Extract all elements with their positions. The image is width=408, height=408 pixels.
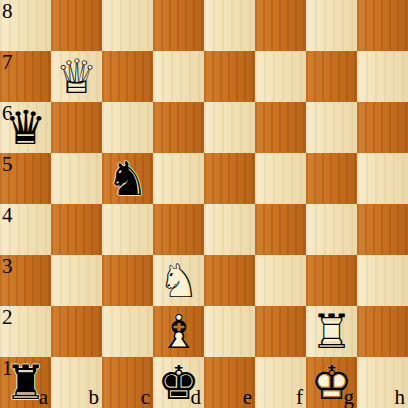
square-c1[interactable]: c xyxy=(102,357,153,408)
piece-glyph-outline: ♗ xyxy=(153,306,204,357)
square-f1[interactable]: f xyxy=(255,357,306,408)
black-rook-icon[interactable]: ♜ xyxy=(0,357,51,408)
rank-label-4: 4 xyxy=(2,205,13,226)
file-label-e: e xyxy=(243,387,252,408)
square-b3[interactable] xyxy=(51,255,102,306)
square-h2[interactable] xyxy=(357,306,408,357)
square-f8[interactable] xyxy=(255,0,306,51)
square-d6[interactable] xyxy=(153,102,204,153)
square-e8[interactable] xyxy=(204,0,255,51)
square-b7[interactable]: ♛♕ xyxy=(51,51,102,102)
file-label-b: b xyxy=(89,387,100,408)
square-g2[interactable]: ♜♖ xyxy=(306,306,357,357)
square-a2[interactable]: 2 xyxy=(0,306,51,357)
square-d3[interactable]: ♞♘ xyxy=(153,255,204,306)
square-a6[interactable]: 6♛ xyxy=(0,102,51,153)
black-king-icon[interactable]: ♚ xyxy=(153,357,204,408)
square-d2[interactable]: ♝♗ xyxy=(153,306,204,357)
square-g8[interactable] xyxy=(306,0,357,51)
square-h1[interactable]: h xyxy=(357,357,408,408)
square-b2[interactable] xyxy=(51,306,102,357)
square-f3[interactable] xyxy=(255,255,306,306)
rank-label-3: 3 xyxy=(2,256,13,277)
square-f7[interactable] xyxy=(255,51,306,102)
white-rook-icon[interactable]: ♜♖ xyxy=(306,306,357,357)
square-f6[interactable] xyxy=(255,102,306,153)
square-f5[interactable] xyxy=(255,153,306,204)
square-e3[interactable] xyxy=(204,255,255,306)
square-c5[interactable]: ♞ xyxy=(102,153,153,204)
square-h5[interactable] xyxy=(357,153,408,204)
square-a5[interactable]: 5 xyxy=(0,153,51,204)
white-knight-icon[interactable]: ♞♘ xyxy=(153,255,204,306)
rank-label-5: 5 xyxy=(2,154,13,175)
piece-glyph-outline: ♘ xyxy=(153,255,204,306)
square-a3[interactable]: 3 xyxy=(0,255,51,306)
piece-glyph-fill: ♛ xyxy=(0,102,51,153)
square-f4[interactable] xyxy=(255,204,306,255)
square-h6[interactable] xyxy=(357,102,408,153)
rank-label-8: 8 xyxy=(2,1,13,22)
square-b8[interactable] xyxy=(51,0,102,51)
square-h8[interactable] xyxy=(357,0,408,51)
piece-glyph-outline: ♖ xyxy=(306,306,357,357)
square-g3[interactable] xyxy=(306,255,357,306)
square-a8[interactable]: 8 xyxy=(0,0,51,51)
square-g1[interactable]: g♚♔ xyxy=(306,357,357,408)
piece-glyph-outline: ♔ xyxy=(306,357,357,408)
square-e5[interactable] xyxy=(204,153,255,204)
square-c3[interactable] xyxy=(102,255,153,306)
square-c4[interactable] xyxy=(102,204,153,255)
square-a7[interactable]: 7 xyxy=(0,51,51,102)
square-b6[interactable] xyxy=(51,102,102,153)
piece-glyph-outline: ♕ xyxy=(51,51,102,102)
file-label-c: c xyxy=(141,387,150,408)
black-knight-icon[interactable]: ♞ xyxy=(102,153,153,204)
white-king-icon[interactable]: ♚♔ xyxy=(306,357,357,408)
square-e2[interactable] xyxy=(204,306,255,357)
white-bishop-icon[interactable]: ♝♗ xyxy=(153,306,204,357)
file-label-f: f xyxy=(296,387,303,408)
square-a4[interactable]: 4 xyxy=(0,204,51,255)
square-g4[interactable] xyxy=(306,204,357,255)
square-d8[interactable] xyxy=(153,0,204,51)
square-g7[interactable] xyxy=(306,51,357,102)
square-e1[interactable]: e xyxy=(204,357,255,408)
square-b5[interactable] xyxy=(51,153,102,204)
square-c2[interactable] xyxy=(102,306,153,357)
rank-label-2: 2 xyxy=(2,307,13,328)
square-b4[interactable] xyxy=(51,204,102,255)
square-c8[interactable] xyxy=(102,0,153,51)
square-h4[interactable] xyxy=(357,204,408,255)
square-c6[interactable] xyxy=(102,102,153,153)
square-h3[interactable] xyxy=(357,255,408,306)
white-queen-icon[interactable]: ♛♕ xyxy=(51,51,102,102)
file-label-h: h xyxy=(395,387,406,408)
square-e7[interactable] xyxy=(204,51,255,102)
square-e4[interactable] xyxy=(204,204,255,255)
square-e6[interactable] xyxy=(204,102,255,153)
square-d1[interactable]: d♚ xyxy=(153,357,204,408)
square-c7[interactable] xyxy=(102,51,153,102)
square-d4[interactable] xyxy=(153,204,204,255)
black-queen-icon[interactable]: ♛ xyxy=(0,102,51,153)
rank-label-7: 7 xyxy=(2,52,13,73)
piece-glyph-fill: ♞ xyxy=(102,153,153,204)
square-a1[interactable]: 1a♜ xyxy=(0,357,51,408)
square-b1[interactable]: b xyxy=(51,357,102,408)
square-h7[interactable] xyxy=(357,51,408,102)
piece-glyph-fill: ♜ xyxy=(0,357,51,408)
square-g6[interactable] xyxy=(306,102,357,153)
chess-board: 87♛♕6♛5♞43♞♘2♝♗♜♖1a♜bcd♚efg♚♔h xyxy=(0,0,408,408)
square-f2[interactable] xyxy=(255,306,306,357)
square-d7[interactable] xyxy=(153,51,204,102)
piece-glyph-fill: ♚ xyxy=(153,357,204,408)
square-d5[interactable] xyxy=(153,153,204,204)
square-g5[interactable] xyxy=(306,153,357,204)
